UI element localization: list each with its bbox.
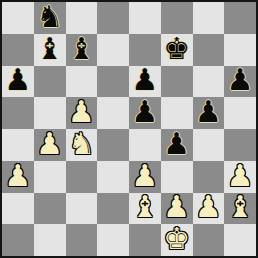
square-a4[interactable]: [2, 129, 34, 161]
square-b8[interactable]: ♞: [34, 2, 66, 34]
square-f3[interactable]: [161, 161, 193, 193]
square-c5[interactable]: ♟: [66, 97, 98, 129]
square-e2[interactable]: ♝: [129, 193, 161, 225]
square-h7[interactable]: [224, 34, 256, 66]
square-e4[interactable]: [129, 129, 161, 161]
piece-black-king: ♚: [163, 34, 190, 64]
square-f5[interactable]: [161, 97, 193, 129]
square-f6[interactable]: [161, 66, 193, 98]
square-e7[interactable]: [129, 34, 161, 66]
square-c8[interactable]: [66, 2, 98, 34]
piece-white-pawn: ♟: [195, 193, 222, 223]
square-g3[interactable]: [193, 161, 225, 193]
square-b5[interactable]: [34, 97, 66, 129]
square-f4[interactable]: ♟: [161, 129, 193, 161]
square-a5[interactable]: [2, 97, 34, 129]
square-g1[interactable]: [193, 224, 225, 256]
square-d4[interactable]: [97, 129, 129, 161]
square-a2[interactable]: [2, 193, 34, 225]
square-g6[interactable]: [193, 66, 225, 98]
square-h1[interactable]: [224, 224, 256, 256]
piece-white-pawn: ♟: [131, 161, 158, 191]
square-d8[interactable]: [97, 2, 129, 34]
square-g4[interactable]: [193, 129, 225, 161]
piece-black-bishop: ♝: [36, 34, 63, 64]
square-g8[interactable]: [193, 2, 225, 34]
piece-white-knight: ♞: [68, 129, 95, 159]
square-g7[interactable]: [193, 34, 225, 66]
square-f1[interactable]: ♚: [161, 224, 193, 256]
square-h5[interactable]: [224, 97, 256, 129]
piece-white-pawn: ♟: [36, 129, 63, 159]
square-b4[interactable]: ♟: [34, 129, 66, 161]
chess-board-wrapper: ♞♝♝♚♟♟♟♟♟♟♟♞♟♟♟♟♝♟♟♝♚: [0, 0, 258, 258]
square-d2[interactable]: [97, 193, 129, 225]
square-d5[interactable]: [97, 97, 129, 129]
square-c4[interactable]: ♞: [66, 129, 98, 161]
piece-black-pawn: ♟: [163, 129, 190, 159]
square-h8[interactable]: [224, 2, 256, 34]
square-a8[interactable]: [2, 2, 34, 34]
square-a1[interactable]: [2, 224, 34, 256]
piece-white-king: ♚: [163, 224, 190, 254]
square-d7[interactable]: [97, 34, 129, 66]
square-f7[interactable]: ♚: [161, 34, 193, 66]
square-e1[interactable]: [129, 224, 161, 256]
square-c3[interactable]: [66, 161, 98, 193]
square-e8[interactable]: [129, 2, 161, 34]
square-a6[interactable]: ♟: [2, 66, 34, 98]
piece-white-pawn: ♟: [163, 193, 190, 223]
square-c6[interactable]: [66, 66, 98, 98]
piece-white-bishop: ♝: [227, 193, 254, 223]
square-e5[interactable]: ♟: [129, 97, 161, 129]
square-d3[interactable]: [97, 161, 129, 193]
square-h4[interactable]: [224, 129, 256, 161]
piece-black-knight: ♞: [36, 2, 63, 32]
piece-white-pawn: ♟: [227, 161, 254, 191]
piece-white-pawn: ♟: [4, 161, 31, 191]
square-b2[interactable]: [34, 193, 66, 225]
square-d1[interactable]: [97, 224, 129, 256]
chess-board: ♞♝♝♚♟♟♟♟♟♟♟♞♟♟♟♟♝♟♟♝♚: [0, 0, 258, 258]
square-b7[interactable]: ♝: [34, 34, 66, 66]
piece-black-pawn: ♟: [4, 66, 31, 96]
piece-black-pawn: ♟: [227, 66, 254, 96]
square-a7[interactable]: [2, 34, 34, 66]
square-a3[interactable]: ♟: [2, 161, 34, 193]
square-c1[interactable]: [66, 224, 98, 256]
square-g5[interactable]: ♟: [193, 97, 225, 129]
square-d6[interactable]: [97, 66, 129, 98]
square-e3[interactable]: ♟: [129, 161, 161, 193]
square-h2[interactable]: ♝: [224, 193, 256, 225]
piece-white-pawn: ♟: [68, 97, 95, 127]
square-h3[interactable]: ♟: [224, 161, 256, 193]
square-g2[interactable]: ♟: [193, 193, 225, 225]
square-f8[interactable]: [161, 2, 193, 34]
piece-white-bishop: ♝: [131, 193, 158, 223]
square-e6[interactable]: ♟: [129, 66, 161, 98]
square-b1[interactable]: [34, 224, 66, 256]
square-h6[interactable]: ♟: [224, 66, 256, 98]
piece-black-pawn: ♟: [131, 66, 158, 96]
square-c7[interactable]: ♝: [66, 34, 98, 66]
piece-black-pawn: ♟: [131, 97, 158, 127]
square-b3[interactable]: [34, 161, 66, 193]
square-c2[interactable]: [66, 193, 98, 225]
piece-black-bishop: ♝: [68, 34, 95, 64]
piece-black-pawn: ♟: [195, 97, 222, 127]
square-b6[interactable]: [34, 66, 66, 98]
square-f2[interactable]: ♟: [161, 193, 193, 225]
